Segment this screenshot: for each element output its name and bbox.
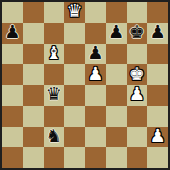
piece-black-queen-c4[interactable]: ♛: [46, 85, 62, 103]
piece-black-pawn-h7[interactable]: ♟: [150, 23, 166, 41]
piece-black-pawn-e6[interactable]: ♟: [87, 44, 103, 62]
square-e2[interactable]: [85, 127, 106, 148]
piece-black-king-g7[interactable]: ♚: [129, 23, 145, 41]
square-d3[interactable]: [64, 106, 85, 127]
square-f1[interactable]: [106, 147, 127, 168]
square-e8[interactable]: [85, 2, 106, 23]
square-c2[interactable]: ♞: [44, 127, 65, 148]
square-f7[interactable]: ♟: [106, 23, 127, 44]
square-h1[interactable]: [147, 147, 168, 168]
square-c4[interactable]: ♛: [44, 85, 65, 106]
square-h8[interactable]: [147, 2, 168, 23]
square-g1[interactable]: [127, 147, 148, 168]
piece-white-pawn-g4[interactable]: ♟: [129, 85, 145, 103]
square-a7[interactable]: ♟: [2, 23, 23, 44]
square-c6[interactable]: ♝: [44, 44, 65, 65]
square-b2[interactable]: [23, 127, 44, 148]
square-c3[interactable]: [44, 106, 65, 127]
square-f8[interactable]: [106, 2, 127, 23]
square-b3[interactable]: [23, 106, 44, 127]
square-d7[interactable]: [64, 23, 85, 44]
square-b5[interactable]: [23, 64, 44, 85]
square-h5[interactable]: [147, 64, 168, 85]
piece-white-king-g5[interactable]: ♚: [129, 65, 145, 83]
square-d2[interactable]: [64, 127, 85, 148]
square-g8[interactable]: [127, 2, 148, 23]
square-a2[interactable]: [2, 127, 23, 148]
square-a1[interactable]: [2, 147, 23, 168]
square-b4[interactable]: [23, 85, 44, 106]
square-h4[interactable]: [147, 85, 168, 106]
chess-board-frame: ♛♟♟♚♟♝♟♟♚♛♟♞♟: [0, 0, 170, 170]
square-a4[interactable]: [2, 85, 23, 106]
square-a8[interactable]: [2, 2, 23, 23]
square-d6[interactable]: [64, 44, 85, 65]
piece-white-bishop-c6[interactable]: ♝: [46, 44, 62, 62]
square-c1[interactable]: [44, 147, 65, 168]
square-e6[interactable]: ♟: [85, 44, 106, 65]
square-b1[interactable]: [23, 147, 44, 168]
square-c5[interactable]: [44, 64, 65, 85]
square-h6[interactable]: [147, 44, 168, 65]
square-b7[interactable]: [23, 23, 44, 44]
square-f4[interactable]: [106, 85, 127, 106]
square-e3[interactable]: [85, 106, 106, 127]
piece-black-knight-c2[interactable]: ♞: [46, 127, 62, 145]
piece-black-pawn-f7[interactable]: ♟: [108, 23, 124, 41]
square-a5[interactable]: [2, 64, 23, 85]
square-a3[interactable]: [2, 106, 23, 127]
square-g6[interactable]: [127, 44, 148, 65]
square-e4[interactable]: [85, 85, 106, 106]
square-b6[interactable]: [23, 44, 44, 65]
square-a6[interactable]: [2, 44, 23, 65]
square-e7[interactable]: [85, 23, 106, 44]
square-h7[interactable]: ♟: [147, 23, 168, 44]
square-g4[interactable]: ♟: [127, 85, 148, 106]
square-f6[interactable]: [106, 44, 127, 65]
square-e1[interactable]: [85, 147, 106, 168]
square-g2[interactable]: [127, 127, 148, 148]
piece-white-pawn-e5[interactable]: ♟: [87, 65, 103, 83]
square-g5[interactable]: ♚: [127, 64, 148, 85]
square-g7[interactable]: ♚: [127, 23, 148, 44]
chess-board: ♛♟♟♚♟♝♟♟♚♛♟♞♟: [2, 2, 168, 168]
square-f2[interactable]: [106, 127, 127, 148]
square-d8[interactable]: ♛: [64, 2, 85, 23]
square-g3[interactable]: [127, 106, 148, 127]
square-f3[interactable]: [106, 106, 127, 127]
piece-black-pawn-a7[interactable]: ♟: [4, 23, 20, 41]
square-h3[interactable]: [147, 106, 168, 127]
square-d4[interactable]: [64, 85, 85, 106]
square-h2[interactable]: ♟: [147, 127, 168, 148]
square-b8[interactable]: [23, 2, 44, 23]
square-c8[interactable]: [44, 2, 65, 23]
square-f5[interactable]: [106, 64, 127, 85]
square-e5[interactable]: ♟: [85, 64, 106, 85]
square-d1[interactable]: [64, 147, 85, 168]
piece-white-pawn-h2[interactable]: ♟: [150, 127, 166, 145]
square-d5[interactable]: [64, 64, 85, 85]
piece-white-queen-d8[interactable]: ♛: [67, 2, 83, 20]
square-c7[interactable]: [44, 23, 65, 44]
